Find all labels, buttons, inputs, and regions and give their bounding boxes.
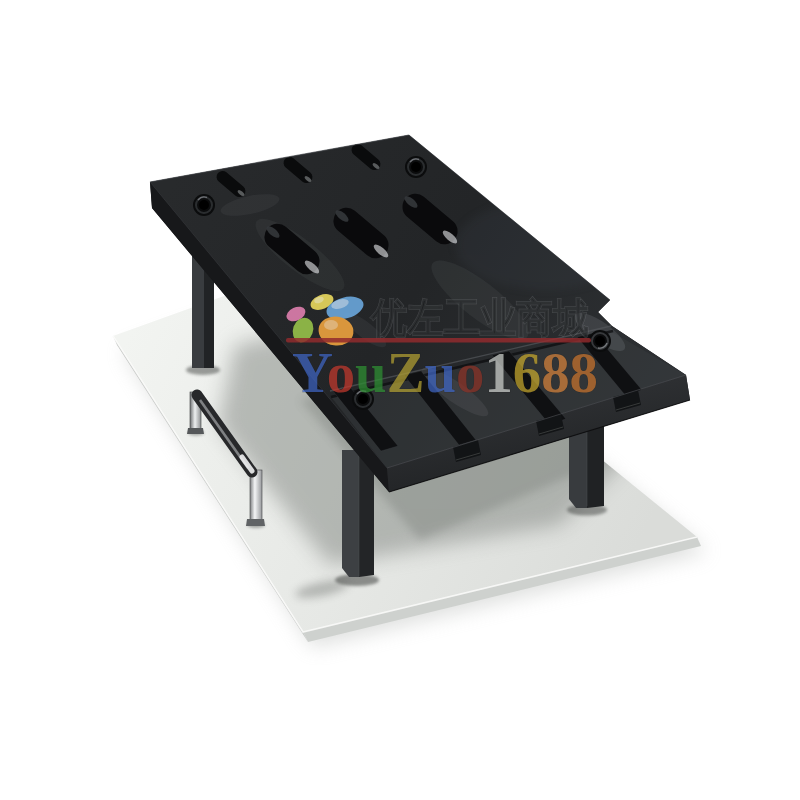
handle-foot-right [246,519,265,526]
watermark-en-text: YouZuo1688 [292,341,598,404]
petal-highlight [324,320,338,330]
handle-foot-left [187,428,204,434]
handle-post-right [250,470,262,523]
screw [405,156,427,178]
watermark: 优左工业商城 YouZuo1688 [284,291,598,404]
watermark-cn-text: 优左工业商城 [369,294,589,342]
product-photo: 优左工业商城 YouZuo1688 [0,0,800,800]
leg-front-left [342,450,374,577]
leg-front-right [569,424,604,508]
photo-canvas: 优左工业商城 YouZuo1688 [0,0,800,800]
screw [193,194,215,216]
